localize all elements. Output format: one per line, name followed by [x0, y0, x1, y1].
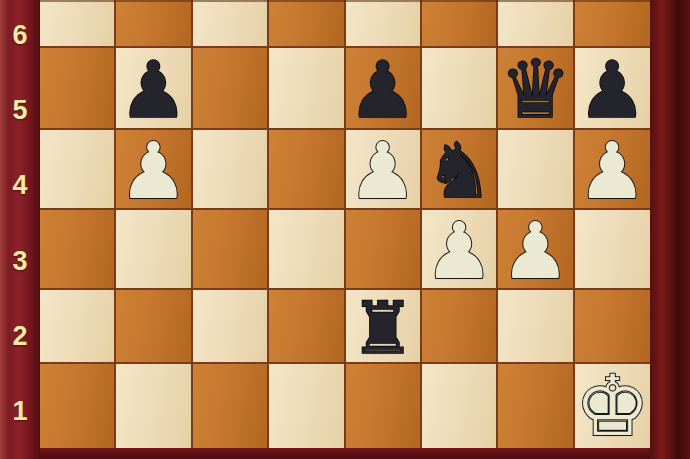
square-d2[interactable] — [269, 290, 343, 362]
square-e5[interactable]: ♟ — [346, 48, 420, 128]
square-d6[interactable] — [269, 0, 343, 46]
square-c4[interactable] — [193, 130, 267, 208]
square-e4[interactable]: ♟ — [346, 130, 420, 208]
black-pawn[interactable]: ♟ — [119, 51, 189, 129]
square-d4[interactable] — [269, 130, 343, 208]
square-a1[interactable] — [40, 364, 114, 448]
square-c6[interactable] — [193, 0, 267, 46]
rank-label-1: 1 — [0, 396, 40, 426]
board-frame-bottom — [0, 448, 690, 459]
square-g1[interactable] — [498, 364, 572, 448]
square-h4[interactable]: ♟ — [575, 130, 650, 208]
square-b2[interactable] — [116, 290, 190, 362]
square-d5[interactable] — [269, 48, 343, 128]
square-f1[interactable] — [422, 364, 496, 448]
white-pawn[interactable]: ♟ — [577, 132, 647, 210]
square-a2[interactable] — [40, 290, 114, 362]
top-grid-line — [40, 0, 650, 2]
rank-label-5: 5 — [0, 95, 40, 125]
square-a5[interactable] — [40, 48, 114, 128]
square-e2[interactable]: ♜ — [346, 290, 420, 362]
square-g2[interactable] — [498, 290, 572, 362]
chess-board: ♟♟♛♟♟♟♞♟♟♟♜♚ — [40, 0, 650, 448]
rank-label-6: 6 — [0, 20, 40, 50]
square-f4[interactable]: ♞ — [422, 130, 496, 208]
square-g6[interactable] — [498, 0, 572, 46]
board-frame-right — [650, 0, 690, 459]
square-b3[interactable] — [116, 210, 190, 288]
black-queen[interactable]: ♛ — [500, 50, 572, 130]
square-f2[interactable] — [422, 290, 496, 362]
square-d1[interactable] — [269, 364, 343, 448]
square-c5[interactable] — [193, 48, 267, 128]
rank-label-4: 4 — [0, 170, 40, 200]
square-b1[interactable] — [116, 364, 190, 448]
rank-label-3: 3 — [0, 246, 40, 276]
white-pawn[interactable]: ♟ — [119, 132, 189, 210]
square-g5[interactable]: ♛ — [498, 48, 572, 128]
square-d3[interactable] — [269, 210, 343, 288]
white-pawn[interactable]: ♟ — [501, 212, 571, 290]
square-e1[interactable] — [346, 364, 420, 448]
board-frame-left: 6 5 4 3 2 1 — [0, 0, 40, 459]
rank-label-2: 2 — [0, 321, 40, 351]
square-c3[interactable] — [193, 210, 267, 288]
square-h6[interactable] — [575, 0, 650, 46]
white-pawn[interactable]: ♟ — [348, 132, 418, 210]
square-h1[interactable]: ♚ — [575, 364, 650, 448]
black-pawn[interactable]: ♟ — [348, 51, 418, 129]
square-c1[interactable] — [193, 364, 267, 448]
square-h3[interactable] — [575, 210, 650, 288]
square-f6[interactable] — [422, 0, 496, 46]
black-rook[interactable]: ♜ — [350, 292, 415, 364]
white-king[interactable]: ♚ — [575, 364, 650, 448]
square-a6[interactable] — [40, 0, 114, 46]
black-pawn[interactable]: ♟ — [577, 51, 647, 129]
square-g3[interactable]: ♟ — [498, 210, 572, 288]
square-b4[interactable]: ♟ — [116, 130, 190, 208]
square-c2[interactable] — [193, 290, 267, 362]
white-pawn[interactable]: ♟ — [424, 212, 494, 290]
board-frame: ♟♟♛♟♟♟♞♟♟♟♜♚ 6 5 4 3 2 1 — [0, 0, 690, 459]
square-e6[interactable] — [346, 0, 420, 46]
square-e3[interactable] — [346, 210, 420, 288]
square-f5[interactable] — [422, 48, 496, 128]
square-h5[interactable]: ♟ — [575, 48, 650, 128]
square-b5[interactable]: ♟ — [116, 48, 190, 128]
square-a3[interactable] — [40, 210, 114, 288]
square-b6[interactable] — [116, 0, 190, 46]
square-h2[interactable] — [575, 290, 650, 362]
black-knight[interactable]: ♞ — [425, 133, 493, 209]
square-g4[interactable] — [498, 130, 572, 208]
square-f3[interactable]: ♟ — [422, 210, 496, 288]
square-a4[interactable] — [40, 130, 114, 208]
